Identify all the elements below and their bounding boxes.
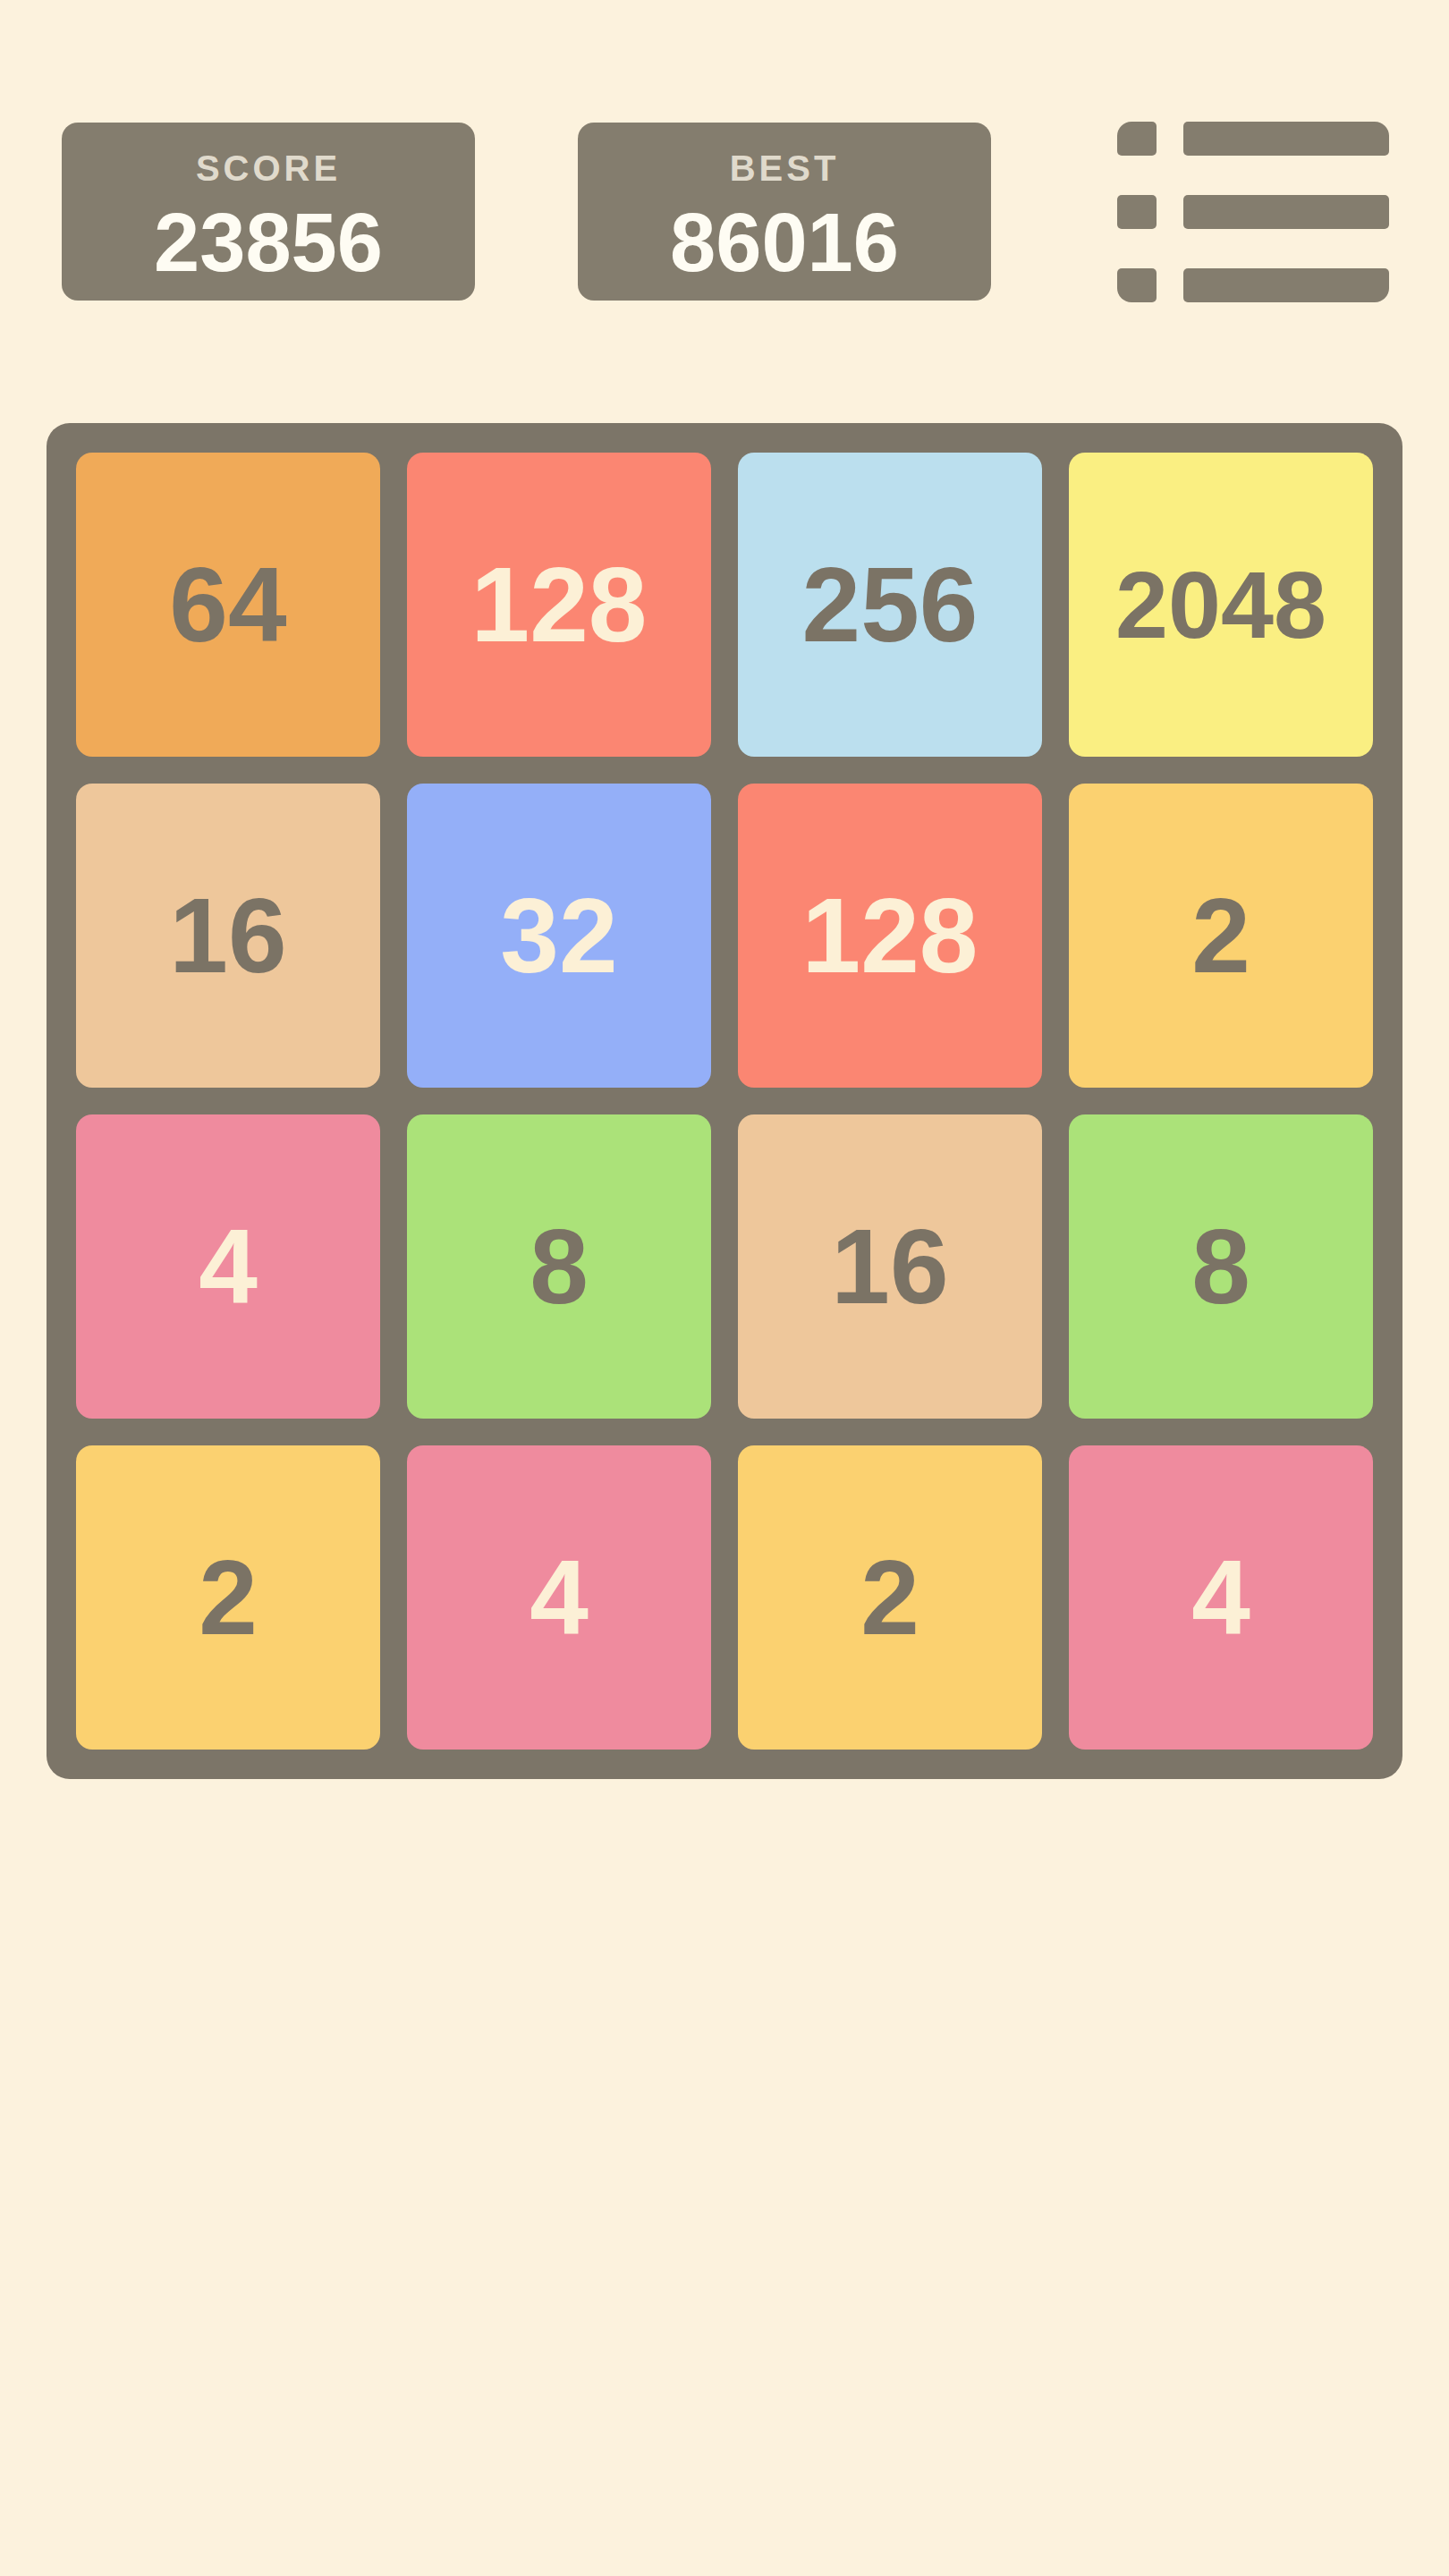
- list-menu-icon-bar-2: [1183, 195, 1389, 229]
- tile-r1c1: 64: [76, 453, 380, 757]
- best-box: BEST 86016: [578, 123, 991, 301]
- tile-r3c1: 4: [76, 1114, 380, 1419]
- tile-r4c4: 4: [1069, 1445, 1373, 1750]
- tile-r1c2: 128: [407, 453, 711, 757]
- list-menu-icon-bullet-3: [1117, 268, 1157, 302]
- list-menu-icon-bullet-2: [1117, 195, 1157, 229]
- list-menu-icon-bar-1: [1183, 122, 1389, 156]
- tile-r4c2: 4: [407, 1445, 711, 1750]
- best-value: 86016: [670, 198, 899, 287]
- score-label: SCORE: [196, 149, 341, 187]
- best-label: BEST: [730, 149, 840, 187]
- list-menu-icon-bullet-1: [1117, 122, 1157, 156]
- tile-r3c3: 16: [738, 1114, 1042, 1419]
- tile-r1c4: 2048: [1069, 453, 1373, 757]
- game-board[interactable]: 64128256204816321282481682424: [47, 423, 1402, 1779]
- tile-r4c1: 2: [76, 1445, 380, 1750]
- menu-button[interactable]: [1117, 122, 1389, 302]
- app-screen: SCORE 23856 BEST 86016 64128256204816321…: [0, 0, 1449, 2576]
- tile-r3c4: 8: [1069, 1114, 1373, 1419]
- tile-r2c1: 16: [76, 784, 380, 1088]
- tile-r2c2: 32: [407, 784, 711, 1088]
- tile-r2c4: 2: [1069, 784, 1373, 1088]
- score-box: SCORE 23856: [62, 123, 475, 301]
- score-value: 23856: [154, 198, 383, 287]
- list-menu-icon-bar-3: [1183, 268, 1389, 302]
- tile-r1c3: 256: [738, 453, 1042, 757]
- tile-r4c3: 2: [738, 1445, 1042, 1750]
- tile-r3c2: 8: [407, 1114, 711, 1419]
- tile-r2c3: 128: [738, 784, 1042, 1088]
